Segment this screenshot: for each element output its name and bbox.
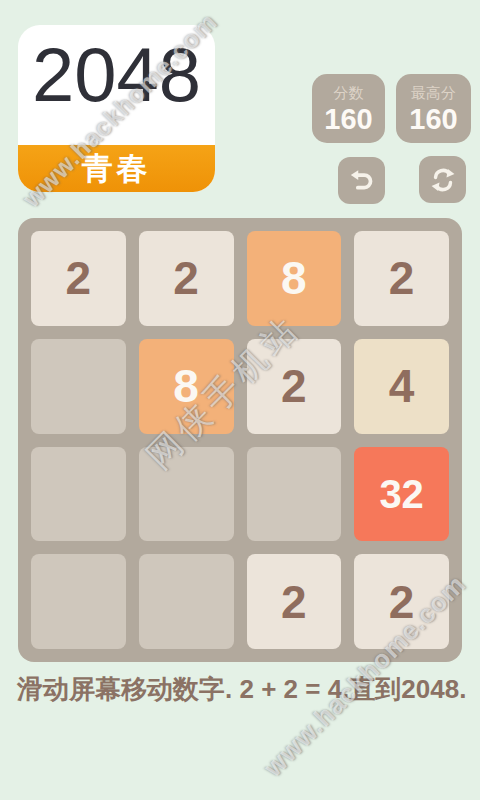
tile-8: 8 — [247, 231, 342, 326]
tile-2: 2 — [354, 554, 449, 649]
tile-2: 2 — [139, 231, 234, 326]
empty-cell — [139, 447, 234, 542]
empty-cell — [247, 447, 342, 542]
undo-icon — [348, 167, 376, 195]
board-grid: 22828243222 — [18, 218, 462, 662]
instruction-text: 滑动屏幕移动数字. 2 + 2 = 4.直到2048. — [17, 672, 467, 707]
score-value: 160 — [324, 105, 372, 134]
empty-cell — [31, 339, 126, 434]
empty-cell — [139, 554, 234, 649]
app-logo-text: 2048 — [18, 25, 215, 145]
best-score-box: 最高分 160 — [396, 74, 471, 143]
empty-cell — [31, 447, 126, 542]
tile-2: 2 — [31, 231, 126, 326]
app-banner: 青春 — [18, 145, 215, 192]
score-label: 分数 — [334, 84, 364, 103]
refresh-icon — [429, 166, 457, 194]
tile-2: 2 — [247, 554, 342, 649]
empty-cell — [31, 554, 126, 649]
app-icon: 2048 青春 — [18, 25, 215, 192]
best-score-label: 最高分 — [411, 84, 456, 103]
best-score-value: 160 — [409, 105, 457, 134]
app-banner-label: 青春 — [82, 148, 152, 190]
game-board[interactable]: 22828243222 — [18, 218, 462, 662]
tile-32: 32 — [354, 447, 449, 542]
tile-8: 8 — [139, 339, 234, 434]
refresh-button[interactable] — [419, 156, 466, 203]
tile-2: 2 — [354, 231, 449, 326]
undo-button[interactable] — [338, 157, 385, 204]
score-box: 分数 160 — [312, 74, 385, 143]
tile-4: 4 — [354, 339, 449, 434]
tile-2: 2 — [247, 339, 342, 434]
